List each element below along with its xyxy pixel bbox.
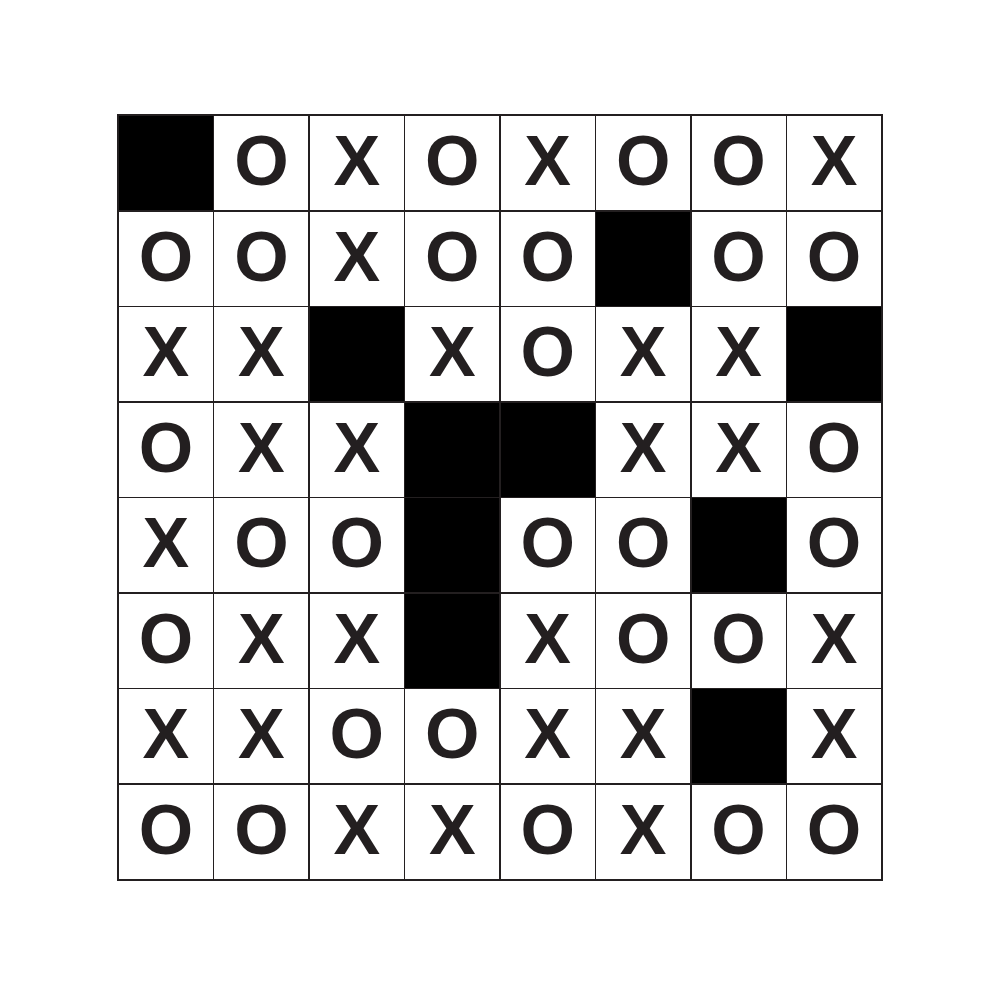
o-mark: O [234, 508, 288, 578]
puzzle-board: OXOXOOXOOXOOOOXXXOXXOXXXXOXOOOOOOXXXOOXX… [117, 114, 883, 881]
cell-r6c5[interactable]: X [501, 594, 595, 688]
o-mark: O [807, 795, 861, 865]
blocked-cell-r1c1 [119, 116, 213, 210]
o-mark: O [425, 699, 479, 769]
o-mark: O [711, 604, 765, 674]
cell-r1c3[interactable]: X [310, 116, 404, 210]
o-mark: O [520, 317, 574, 387]
x-mark: X [811, 604, 858, 674]
cell-r3c5[interactable]: O [501, 307, 595, 401]
blocked-cell-r5c4 [405, 498, 499, 592]
cell-r6c1[interactable]: O [119, 594, 213, 688]
x-mark: X [333, 126, 380, 196]
cell-r4c8[interactable]: O [787, 403, 881, 497]
blocked-cell-r2c6 [596, 212, 690, 306]
x-mark: X [333, 795, 380, 865]
cell-r3c1[interactable]: X [119, 307, 213, 401]
cell-r2c3[interactable]: X [310, 212, 404, 306]
x-mark: X [620, 699, 667, 769]
cell-r8c6[interactable]: X [596, 785, 690, 879]
cell-r7c5[interactable]: X [501, 689, 595, 783]
o-mark: O [425, 222, 479, 292]
x-mark: X [238, 604, 285, 674]
cell-r4c1[interactable]: O [119, 403, 213, 497]
cell-r3c7[interactable]: X [692, 307, 786, 401]
o-mark: O [234, 126, 288, 196]
o-mark: O [234, 795, 288, 865]
cell-r7c6[interactable]: X [596, 689, 690, 783]
x-mark: X [620, 317, 667, 387]
cell-r4c2[interactable]: X [214, 403, 308, 497]
o-mark: O [139, 604, 193, 674]
o-mark: O [520, 795, 574, 865]
o-mark: O [807, 413, 861, 483]
page-background: OXOXOOXOOXOOOOXXXOXXOXXXXOXOOOOOOXXXOOXX… [0, 0, 1000, 1000]
cell-r1c4[interactable]: O [405, 116, 499, 210]
cell-r8c4[interactable]: X [405, 785, 499, 879]
o-mark: O [807, 508, 861, 578]
x-mark: X [333, 222, 380, 292]
x-mark: X [333, 413, 380, 483]
cell-r8c5[interactable]: O [501, 785, 595, 879]
cell-r2c4[interactable]: O [405, 212, 499, 306]
cell-r8c1[interactable]: O [119, 785, 213, 879]
cell-r7c3[interactable]: O [310, 689, 404, 783]
x-mark: X [715, 413, 762, 483]
cell-r1c8[interactable]: X [787, 116, 881, 210]
blocked-cell-r5c7 [692, 498, 786, 592]
o-mark: O [425, 126, 479, 196]
cell-r5c8[interactable]: O [787, 498, 881, 592]
x-mark: X [811, 126, 858, 196]
cell-r6c7[interactable]: O [692, 594, 786, 688]
cell-r4c6[interactable]: X [596, 403, 690, 497]
cell-r6c2[interactable]: X [214, 594, 308, 688]
o-mark: O [139, 222, 193, 292]
x-mark: X [620, 413, 667, 483]
x-mark: X [715, 317, 762, 387]
cell-r3c6[interactable]: X [596, 307, 690, 401]
cell-r2c1[interactable]: O [119, 212, 213, 306]
x-mark: X [143, 699, 190, 769]
blocked-cell-r6c4 [405, 594, 499, 688]
o-mark: O [139, 795, 193, 865]
o-mark: O [520, 222, 574, 292]
cell-r1c7[interactable]: O [692, 116, 786, 210]
x-mark: X [238, 317, 285, 387]
o-mark: O [711, 222, 765, 292]
x-mark: X [143, 317, 190, 387]
blocked-cell-r4c5 [501, 403, 595, 497]
cell-r6c8[interactable]: X [787, 594, 881, 688]
o-mark: O [711, 795, 765, 865]
cell-r2c2[interactable]: O [214, 212, 308, 306]
blocked-cell-r3c3 [310, 307, 404, 401]
cell-r2c8[interactable]: O [787, 212, 881, 306]
cell-r1c6[interactable]: O [596, 116, 690, 210]
cell-r8c2[interactable]: O [214, 785, 308, 879]
cell-r2c7[interactable]: O [692, 212, 786, 306]
cell-r8c8[interactable]: O [787, 785, 881, 879]
blocked-cell-r3c8 [787, 307, 881, 401]
cell-r8c3[interactable]: X [310, 785, 404, 879]
cell-r6c3[interactable]: X [310, 594, 404, 688]
o-mark: O [616, 126, 670, 196]
cell-r7c1[interactable]: X [119, 689, 213, 783]
cell-r2c5[interactable]: O [501, 212, 595, 306]
cell-r5c2[interactable]: O [214, 498, 308, 592]
x-mark: X [524, 699, 571, 769]
x-mark: X [143, 508, 190, 578]
x-mark: X [524, 126, 571, 196]
o-mark: O [520, 508, 574, 578]
x-mark: X [811, 699, 858, 769]
o-mark: O [330, 699, 384, 769]
cell-r7c2[interactable]: X [214, 689, 308, 783]
x-mark: X [238, 413, 285, 483]
cell-r6c6[interactable]: O [596, 594, 690, 688]
cell-r5c3[interactable]: O [310, 498, 404, 592]
cell-r1c2[interactable]: O [214, 116, 308, 210]
blocked-cell-r7c7 [692, 689, 786, 783]
cell-r5c1[interactable]: X [119, 498, 213, 592]
cell-r5c6[interactable]: O [596, 498, 690, 592]
x-mark: X [524, 604, 571, 674]
o-mark: O [616, 604, 670, 674]
x-mark: X [429, 795, 476, 865]
cell-r5c5[interactable]: O [501, 498, 595, 592]
x-mark: X [238, 699, 285, 769]
o-mark: O [330, 508, 384, 578]
o-mark: O [807, 222, 861, 292]
x-mark: X [429, 317, 476, 387]
cell-r8c7[interactable]: O [692, 785, 786, 879]
cell-r4c3[interactable]: X [310, 403, 404, 497]
cell-r1c5[interactable]: X [501, 116, 595, 210]
cell-r4c7[interactable]: X [692, 403, 786, 497]
x-mark: X [620, 795, 667, 865]
o-mark: O [711, 126, 765, 196]
blocked-cell-r4c4 [405, 403, 499, 497]
o-mark: O [616, 508, 670, 578]
o-mark: O [234, 222, 288, 292]
cell-r7c8[interactable]: X [787, 689, 881, 783]
o-mark: O [139, 413, 193, 483]
x-mark: X [333, 604, 380, 674]
cell-r3c4[interactable]: X [405, 307, 499, 401]
cell-r7c4[interactable]: O [405, 689, 499, 783]
cell-r3c2[interactable]: X [214, 307, 308, 401]
